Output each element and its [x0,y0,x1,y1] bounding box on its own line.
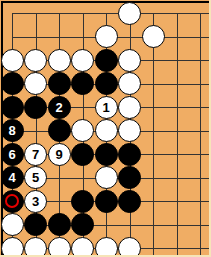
black-stone [118,166,141,189]
black-stone [48,213,71,236]
black-stone [95,72,118,95]
board-edge-top [1,1,211,3]
white-stone [95,119,118,142]
white-stone [118,96,141,119]
white-stone: 7 [24,143,47,166]
move-number-label: 5 [32,171,39,184]
white-stone: 1 [95,96,118,119]
white-stone: 5 [24,166,47,189]
move-number-label: 6 [8,148,15,161]
white-stone [118,119,141,142]
black-stone [1,96,24,119]
grid-line-vertical [153,13,154,257]
white-stone [24,49,47,72]
black-stone: 8 [1,119,24,142]
black-stone [71,190,94,213]
grid-line-vertical [200,13,201,257]
black-stone [24,213,47,236]
white-stone [95,237,118,257]
white-stone [142,25,165,48]
move-number-label: 9 [55,148,62,161]
black-stone [24,96,47,119]
white-stone [1,237,24,257]
black-stone: 4 [1,166,24,189]
white-stone [24,237,47,257]
white-stone [71,119,94,142]
white-stone [24,72,47,95]
black-stone [118,143,141,166]
white-stone [118,72,141,95]
white-stone [48,49,71,72]
black-stone [118,190,141,213]
white-stone [48,237,71,257]
black-stone [1,190,24,213]
black-stone [95,143,118,166]
white-stone [71,49,94,72]
page-margin-right [209,0,211,257]
white-stone: 3 [24,190,47,213]
black-stone [71,72,94,95]
white-stone [1,213,24,236]
black-stone [1,72,24,95]
white-stone [118,2,141,25]
white-stone [95,25,118,48]
white-stone [118,237,141,257]
black-stone [71,213,94,236]
black-stone: 2 [48,96,71,119]
black-stone [71,143,94,166]
move-number-label: 8 [8,124,15,137]
go-board: 218679453 [0,0,211,257]
black-stone: 6 [1,143,24,166]
move-number-label: 3 [32,195,39,208]
white-stone [1,49,24,72]
black-stone [95,190,118,213]
move-number-label: 2 [55,101,62,114]
white-stone [118,49,141,72]
black-stone [48,72,71,95]
move-number-label: 4 [8,171,15,184]
circle-marker-icon [5,194,19,208]
grid-line-vertical [177,13,178,257]
white-stone: 9 [48,143,71,166]
black-stone [48,119,71,142]
grid-line-horizontal [12,13,211,14]
white-stone [95,166,118,189]
black-stone [95,49,118,72]
white-stone [71,237,94,257]
move-number-label: 1 [102,101,109,114]
move-number-label: 7 [32,148,39,161]
